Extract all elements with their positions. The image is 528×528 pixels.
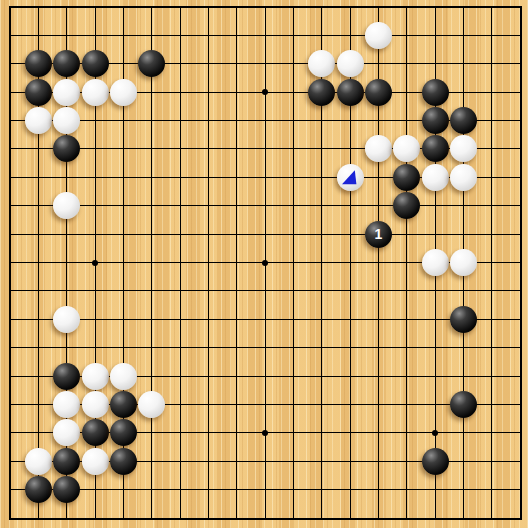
white-stone — [450, 249, 477, 276]
white-stone — [110, 363, 137, 390]
white-stone — [53, 107, 80, 134]
black-stone — [308, 79, 335, 106]
white-stone — [82, 391, 109, 418]
star-point — [262, 430, 268, 436]
black-stone — [25, 79, 52, 106]
white-stone — [53, 306, 80, 333]
black-stone — [422, 135, 449, 162]
grid-line-horizontal — [10, 290, 520, 291]
star-point — [92, 260, 98, 266]
grid-line-vertical — [406, 7, 407, 518]
grid-line-vertical — [520, 7, 521, 518]
black-stone — [82, 50, 109, 77]
black-stone — [82, 419, 109, 446]
white-stone — [82, 448, 109, 475]
go-board[interactable]: 1 — [0, 0, 528, 528]
white-stone — [337, 50, 364, 77]
black-stone — [422, 448, 449, 475]
white-stone — [25, 448, 52, 475]
blue-triangle-marker — [337, 164, 364, 191]
white-stone — [422, 249, 449, 276]
move-number-label: 1 — [374, 227, 382, 241]
white-stone — [110, 79, 137, 106]
black-stone — [450, 306, 477, 333]
black-stone — [110, 391, 137, 418]
grid-line-vertical — [293, 7, 294, 518]
white-stone — [365, 22, 392, 49]
black-stone — [422, 107, 449, 134]
white-stone — [82, 363, 109, 390]
black-stone — [25, 476, 52, 503]
black-stone — [110, 448, 137, 475]
white-stone — [53, 391, 80, 418]
white-stone — [422, 164, 449, 191]
move-number-marker: 1 — [365, 221, 392, 248]
black-stone — [337, 79, 364, 106]
grid-line-horizontal — [10, 347, 520, 348]
star-point — [262, 260, 268, 266]
grid-line-horizontal — [10, 319, 520, 320]
white-stone — [53, 79, 80, 106]
star-point — [432, 430, 438, 436]
white-stone — [82, 79, 109, 106]
black-stone — [25, 50, 52, 77]
black-stone — [422, 79, 449, 106]
black-stone — [365, 79, 392, 106]
black-stone — [393, 164, 420, 191]
white-stone — [138, 391, 165, 418]
black-stone — [450, 107, 477, 134]
black-stone — [53, 448, 80, 475]
grid-line-horizontal — [10, 489, 520, 490]
go-app-screenshot: { "game": "go", "board": { "size": 19, "… — [0, 0, 528, 528]
white-stone — [25, 107, 52, 134]
black-stone — [450, 391, 477, 418]
triangle-icon — [340, 168, 360, 188]
grid-line-horizontal — [10, 518, 520, 519]
black-stone — [110, 419, 137, 446]
grid-line-vertical — [491, 7, 492, 518]
black-stone — [53, 363, 80, 390]
white-stone — [450, 164, 477, 191]
